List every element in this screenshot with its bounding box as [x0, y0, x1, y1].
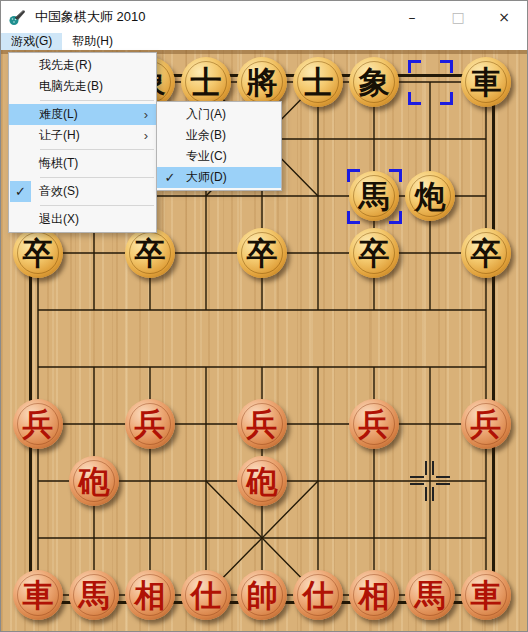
- menu-item-label: 电脑先走(B): [39, 78, 103, 95]
- menu-item-difficulty[interactable]: 难度(L) ›: [9, 104, 156, 125]
- piece-red-馬[interactable]: 馬: [69, 570, 119, 620]
- piece-black-卒[interactable]: 卒: [125, 228, 175, 278]
- menu-item-label: 业余(B): [186, 127, 226, 144]
- piece-red-兵[interactable]: 兵: [13, 399, 63, 449]
- menu-item-label: 难度(L): [39, 106, 78, 123]
- menu-item-label: 我先走(R): [39, 57, 92, 74]
- menu-item-label: 大师(D): [186, 169, 227, 186]
- submenu-arrow-icon: ›: [144, 129, 148, 142]
- menu-item-label: 悔棋(T): [39, 155, 78, 172]
- piece-red-相[interactable]: 相: [349, 570, 399, 620]
- piece-red-馬[interactable]: 馬: [405, 570, 455, 620]
- piece-red-仕[interactable]: 仕: [293, 570, 343, 620]
- menu-item-handicap[interactable]: 让子(H) ›: [9, 125, 156, 146]
- menu-item-undo-move[interactable]: 悔棋(T): [9, 153, 156, 174]
- window-title: 中国象棋大师 2010: [35, 8, 146, 26]
- last-move-to-marker: [347, 169, 402, 224]
- menubar-item-game[interactable]: 游戏(G): [1, 33, 62, 50]
- piece-red-砲[interactable]: 砲: [69, 456, 119, 506]
- piece-black-卒[interactable]: 卒: [349, 228, 399, 278]
- piece-red-車[interactable]: 車: [13, 570, 63, 620]
- piece-black-將[interactable]: 將: [237, 57, 287, 107]
- difficulty-submenu: 入门(A) 业余(B) 专业(C) ✓ 大师(D): [156, 101, 282, 191]
- submenu-arrow-icon: ›: [144, 108, 148, 121]
- menu-item-label: 退出(X): [39, 211, 79, 228]
- menu-separator: [40, 177, 154, 178]
- piece-red-兵[interactable]: 兵: [237, 399, 287, 449]
- app-icon: [9, 9, 26, 26]
- menu-item-exit[interactable]: 退出(X): [9, 209, 156, 230]
- piece-red-兵[interactable]: 兵: [125, 399, 175, 449]
- piece-black-卒[interactable]: 卒: [13, 228, 63, 278]
- menu-separator: [40, 149, 154, 150]
- piece-black-卒[interactable]: 卒: [461, 228, 511, 278]
- close-button[interactable]: ×: [481, 1, 527, 32]
- submenu-item-amateur[interactable]: 业余(B): [157, 125, 281, 146]
- menu-item-label: 让子(H): [39, 127, 80, 144]
- piece-red-相[interactable]: 相: [125, 570, 175, 620]
- piece-red-兵[interactable]: 兵: [461, 399, 511, 449]
- game-menu: 我先走(R) 电脑先走(B) 难度(L) › 让子(H) › 悔棋(T) ✓ 音…: [8, 52, 157, 233]
- submenu-item-professional[interactable]: 专业(C): [157, 146, 281, 167]
- menu-separator: [40, 205, 154, 206]
- menu-item-label: 音效(S): [39, 183, 79, 200]
- menubar: 游戏(G) 帮助(H): [1, 33, 527, 50]
- minimize-button[interactable]: –: [389, 1, 435, 32]
- piece-red-仕[interactable]: 仕: [181, 570, 231, 620]
- piece-black-車[interactable]: 車: [461, 57, 511, 107]
- crosshair-cursor: [410, 461, 450, 501]
- piece-black-卒[interactable]: 卒: [237, 228, 287, 278]
- titlebar: 中国象棋大师 2010 – □ ×: [1, 1, 527, 33]
- piece-black-象[interactable]: 象: [349, 57, 399, 107]
- maximize-button: □: [435, 1, 481, 32]
- piece-black-士[interactable]: 士: [293, 57, 343, 107]
- menu-separator: [40, 100, 154, 101]
- submenu-item-master[interactable]: ✓ 大师(D): [157, 167, 281, 188]
- piece-black-士[interactable]: 士: [181, 57, 231, 107]
- piece-red-砲[interactable]: 砲: [237, 456, 287, 506]
- last-move-from-marker: [408, 60, 453, 105]
- menu-item-computer-first[interactable]: 电脑先走(B): [9, 76, 156, 97]
- menubar-item-help[interactable]: 帮助(H): [62, 33, 123, 50]
- menu-item-my-move-first[interactable]: 我先走(R): [9, 55, 156, 76]
- app-window: 中国象棋大师 2010 – □ × 游戏(G) 帮助(H) 車馬象士將士象車炮馬…: [0, 0, 528, 632]
- piece-red-帥[interactable]: 帥: [237, 570, 287, 620]
- menu-item-sound[interactable]: ✓ 音效(S): [9, 181, 156, 202]
- checkmark-icon: ✓: [10, 181, 31, 202]
- submenu-item-beginner[interactable]: 入门(A): [157, 104, 281, 125]
- piece-red-兵[interactable]: 兵: [349, 399, 399, 449]
- piece-black-炮[interactable]: 炮: [405, 171, 455, 221]
- menu-item-label: 专业(C): [186, 148, 227, 165]
- checkmark-icon: ✓: [161, 167, 179, 188]
- piece-red-車[interactable]: 車: [461, 570, 511, 620]
- menu-item-label: 入门(A): [186, 106, 226, 123]
